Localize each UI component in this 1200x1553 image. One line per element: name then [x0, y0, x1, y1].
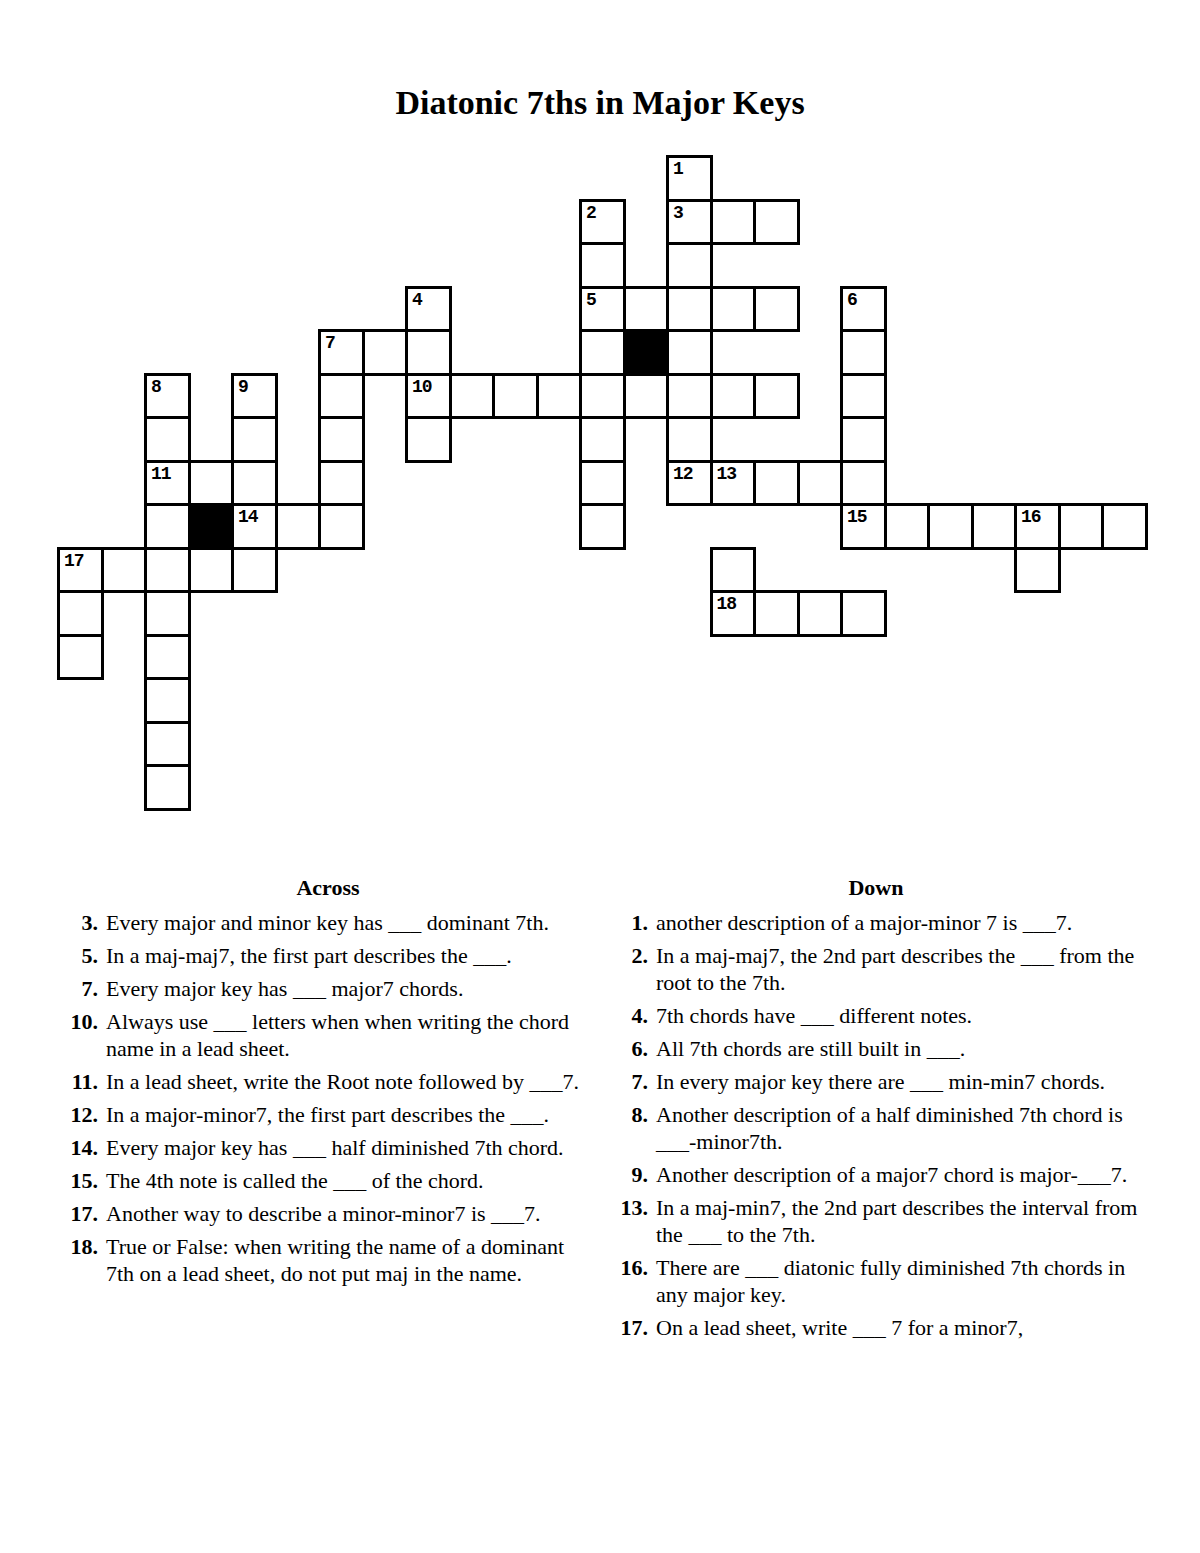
cell-6-4[interactable]: [231, 416, 278, 463]
cell-number-6: 6: [847, 289, 857, 311]
cell-number-7: 7: [325, 332, 335, 354]
cell-number-3: 3: [673, 202, 683, 224]
cell-14-2[interactable]: [144, 764, 191, 811]
cell-11-2[interactable]: [144, 634, 191, 681]
cell-7-4[interactable]: [231, 460, 278, 507]
down-clue-7: 7.In every major key there are ___ min-m…: [610, 1068, 1142, 1095]
down-clue-number-2: 2.: [610, 942, 656, 996]
cell-3-13[interactable]: [623, 286, 670, 333]
down-clue-2: 2.In a maj-maj7, the 2nd part describes …: [610, 942, 1142, 996]
across-clue-list: 3.Every major and minor key has ___ domi…: [60, 909, 596, 1287]
down-clue-13: 13.In a maj-min7, the 2nd part describes…: [610, 1194, 1142, 1248]
cell-0-14[interactable]: 1: [666, 155, 713, 202]
cell-8-24[interactable]: [1101, 503, 1148, 550]
cell-7-2[interactable]: 11: [144, 460, 191, 507]
cell-number-9: 9: [238, 376, 248, 398]
across-clue-number-5: 5.: [60, 942, 106, 969]
cell-9-15[interactable]: [710, 547, 757, 594]
down-clue-6: 6.All 7th chords are still built in ___.: [610, 1035, 1142, 1062]
across-clue-3: 3.Every major and minor key has ___ domi…: [60, 909, 596, 936]
cell-number-13: 13: [717, 463, 737, 485]
cell-4-8[interactable]: [405, 329, 452, 376]
down-clue-number-17: 17.: [610, 1314, 656, 1341]
down-clue-text-2: In a maj-maj7, the 2nd part describes th…: [656, 942, 1142, 996]
across-clue-number-3: 3.: [60, 909, 106, 936]
across-clue-text-18: True or False: when writing the name of …: [106, 1233, 596, 1287]
cell-7-12[interactable]: [579, 460, 626, 507]
cell-number-2: 2: [586, 202, 596, 224]
cell-6-18[interactable]: [840, 416, 887, 463]
cell-3-16[interactable]: [753, 286, 800, 333]
cell-number-15: 15: [847, 506, 867, 528]
cell-6-14[interactable]: [666, 416, 713, 463]
cell-6-2[interactable]: [144, 416, 191, 463]
cell-9-0[interactable]: 17: [57, 547, 104, 594]
cell-9-1[interactable]: [101, 547, 148, 594]
cell-6-8[interactable]: [405, 416, 452, 463]
across-clue-12: 12.In a major-minor7, the first part des…: [60, 1101, 596, 1128]
down-clue-text-13: In a maj-min7, the 2nd part describes th…: [656, 1194, 1142, 1248]
across-clues-column: Across 3.Every major and minor key has _…: [60, 875, 596, 1293]
down-clue-17: 17.On a lead sheet, write ___ 7 for a mi…: [610, 1314, 1142, 1341]
cell-5-18[interactable]: [840, 373, 887, 420]
block-cell-4-13: [623, 329, 670, 376]
down-clue-number-13: 13.: [610, 1194, 656, 1248]
across-clue-number-12: 12.: [60, 1101, 106, 1128]
down-clue-8: 8.Another description of a half diminish…: [610, 1101, 1142, 1155]
cell-5-10[interactable]: [492, 373, 539, 420]
across-clue-5: 5.In a maj-maj7, the first part describe…: [60, 942, 596, 969]
cell-10-18[interactable]: [840, 590, 887, 637]
across-clue-text-17: Another way to describe a minor-minor7 i…: [106, 1200, 596, 1227]
cell-8-20[interactable]: [927, 503, 974, 550]
cell-8-6[interactable]: [318, 503, 365, 550]
cell-number-14: 14: [238, 506, 258, 528]
across-clue-number-11: 11.: [60, 1068, 106, 1095]
cell-5-2[interactable]: 8: [144, 373, 191, 420]
cell-7-6[interactable]: [318, 460, 365, 507]
down-clue-text-6: All 7th chords are still built in ___.: [656, 1035, 1142, 1062]
cell-3-14[interactable]: [666, 286, 713, 333]
down-clue-list: 1.another description of a major-minor 7…: [610, 909, 1142, 1341]
cell-3-18[interactable]: 6: [840, 286, 887, 333]
down-clue-text-8: Another description of a half diminished…: [656, 1101, 1142, 1155]
down-clue-4: 4.7th chords have ___ different notes.: [610, 1002, 1142, 1029]
down-header: Down: [610, 875, 1142, 901]
down-clue-1: 1.another description of a major-minor 7…: [610, 909, 1142, 936]
crossword-worksheet: Diatonic 7ths in Major Keys 123456789101…: [0, 0, 1200, 1553]
across-clue-15: 15.The 4th note is called the ___ of the…: [60, 1167, 596, 1194]
cell-5-12[interactable]: [579, 373, 626, 420]
down-clues-column: Down 1.another description of a major-mi…: [610, 875, 1142, 1347]
across-clue-number-17: 17.: [60, 1200, 106, 1227]
across-header: Across: [60, 875, 596, 901]
cell-2-12[interactable]: [579, 242, 626, 289]
across-clue-number-14: 14.: [60, 1134, 106, 1161]
down-clue-number-8: 8.: [610, 1101, 656, 1155]
cell-7-15[interactable]: 13: [710, 460, 757, 507]
down-clue-9: 9.Another description of a major7 chord …: [610, 1161, 1142, 1188]
across-clue-text-3: Every major and minor key has ___ domina…: [106, 909, 596, 936]
down-clue-number-16: 16.: [610, 1254, 656, 1308]
cell-3-12[interactable]: 5: [579, 286, 626, 333]
across-clue-7: 7.Every major key has ___ major7 chords.: [60, 975, 596, 1002]
down-clue-text-16: There are ___ diatonic fully diminished …: [656, 1254, 1142, 1308]
across-clue-text-7: Every major key has ___ major7 chords.: [106, 975, 596, 1002]
cell-6-12[interactable]: [579, 416, 626, 463]
cell-9-2[interactable]: [144, 547, 191, 594]
cell-5-16[interactable]: [753, 373, 800, 420]
cell-5-14[interactable]: [666, 373, 713, 420]
across-clue-number-7: 7.: [60, 975, 106, 1002]
cell-number-17: 17: [64, 550, 84, 572]
cell-number-5: 5: [586, 289, 596, 311]
cell-8-4[interactable]: 14: [231, 503, 278, 550]
across-clue-text-14: Every major key has ___ half diminished …: [106, 1134, 596, 1161]
across-clue-number-10: 10.: [60, 1008, 106, 1062]
cell-number-11: 11: [151, 463, 171, 485]
across-clue-text-10: Always use ___ letters when when writing…: [106, 1008, 596, 1062]
cell-8-21[interactable]: [971, 503, 1018, 550]
cell-5-13[interactable]: [623, 373, 670, 420]
cell-1-15[interactable]: [710, 199, 757, 246]
cell-number-4: 4: [412, 289, 422, 311]
down-clue-text-1: another description of a major-minor 7 i…: [656, 909, 1142, 936]
cell-10-0[interactable]: [57, 590, 104, 637]
down-clue-text-9: Another description of a major7 chord is…: [656, 1161, 1142, 1188]
cell-1-16[interactable]: [753, 199, 800, 246]
down-clue-text-17: On a lead sheet, write ___ 7 for a minor…: [656, 1314, 1142, 1341]
cell-5-9[interactable]: [449, 373, 496, 420]
cell-7-3[interactable]: [188, 460, 235, 507]
cell-8-23[interactable]: [1058, 503, 1105, 550]
cell-3-15[interactable]: [710, 286, 757, 333]
across-clue-18: 18.True or False: when writing the name …: [60, 1233, 596, 1287]
cell-number-8: 8: [151, 376, 161, 398]
cell-5-11[interactable]: [536, 373, 583, 420]
cell-5-15[interactable]: [710, 373, 757, 420]
cell-9-4[interactable]: [231, 547, 278, 594]
cell-7-14[interactable]: 12: [666, 460, 713, 507]
cell-4-14[interactable]: [666, 329, 713, 376]
puzzle-title: Diatonic 7ths in Major Keys: [0, 84, 1200, 122]
across-clue-text-5: In a maj-maj7, the first part describes …: [106, 942, 596, 969]
down-clue-number-7: 7.: [610, 1068, 656, 1095]
cell-5-8[interactable]: 10: [405, 373, 452, 420]
cell-10-2[interactable]: [144, 590, 191, 637]
cell-3-8[interactable]: 4: [405, 286, 452, 333]
cell-4-6[interactable]: 7: [318, 329, 365, 376]
cell-10-16[interactable]: [753, 590, 800, 637]
cell-10-17[interactable]: [797, 590, 844, 637]
across-clue-11: 11.In a lead sheet, write the Root note …: [60, 1068, 596, 1095]
across-clue-text-15: The 4th note is called the ___ of the ch…: [106, 1167, 596, 1194]
cell-8-22[interactable]: 16: [1014, 503, 1061, 550]
down-clue-text-4: 7th chords have ___ different notes.: [656, 1002, 1142, 1029]
across-clue-number-15: 15.: [60, 1167, 106, 1194]
cell-number-1: 1: [673, 158, 683, 180]
cell-8-12[interactable]: [579, 503, 626, 550]
across-clue-10: 10.Always use ___ letters when when writ…: [60, 1008, 596, 1062]
cell-4-12[interactable]: [579, 329, 626, 376]
cell-number-16: 16: [1021, 506, 1041, 528]
cell-7-16[interactable]: [753, 460, 800, 507]
down-clue-number-1: 1.: [610, 909, 656, 936]
cell-8-18[interactable]: 15: [840, 503, 887, 550]
down-clue-16: 16.There are ___ diatonic fully diminish…: [610, 1254, 1142, 1308]
cell-4-7[interactable]: [362, 329, 409, 376]
across-clue-17: 17.Another way to describe a minor-minor…: [60, 1200, 596, 1227]
cell-4-18[interactable]: [840, 329, 887, 376]
down-clue-number-6: 6.: [610, 1035, 656, 1062]
cell-1-14[interactable]: 3: [666, 199, 713, 246]
cell-1-12[interactable]: 2: [579, 199, 626, 246]
cell-number-10: 10: [412, 376, 432, 398]
cell-5-6[interactable]: [318, 373, 365, 420]
across-clue-number-18: 18.: [60, 1233, 106, 1287]
cell-8-2[interactable]: [144, 503, 191, 550]
cell-12-2[interactable]: [144, 677, 191, 724]
cell-9-3[interactable]: [188, 547, 235, 594]
across-clue-text-12: In a major-minor7, the first part descri…: [106, 1101, 596, 1128]
cell-5-4[interactable]: 9: [231, 373, 278, 420]
across-clue-text-11: In a lead sheet, write the Root note fol…: [106, 1068, 596, 1095]
cell-7-17[interactable]: [797, 460, 844, 507]
cell-13-2[interactable]: [144, 721, 191, 768]
across-clue-14: 14.Every major key has ___ half diminish…: [60, 1134, 596, 1161]
cell-8-19[interactable]: [884, 503, 931, 550]
cell-6-6[interactable]: [318, 416, 365, 463]
down-clue-number-9: 9.: [610, 1161, 656, 1188]
cell-2-14[interactable]: [666, 242, 713, 289]
cell-7-18[interactable]: [840, 460, 887, 507]
crossword-grid: 123456789101112131415161718: [57, 155, 1149, 812]
cell-8-5[interactable]: [275, 503, 322, 550]
down-clue-number-4: 4.: [610, 1002, 656, 1029]
cell-9-22[interactable]: [1014, 547, 1061, 594]
down-clue-text-7: In every major key there are ___ min-min…: [656, 1068, 1142, 1095]
cell-11-0[interactable]: [57, 634, 104, 681]
block-cell-8-3: [188, 503, 235, 550]
cell-number-12: 12: [673, 463, 693, 485]
cell-number-18: 18: [717, 593, 737, 615]
cell-10-15[interactable]: 18: [710, 590, 757, 637]
